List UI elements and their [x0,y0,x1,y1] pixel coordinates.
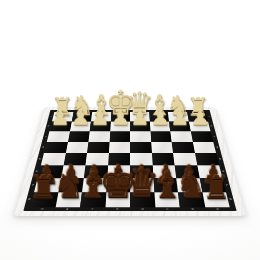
black-pawn-c7: ♟ [141,163,191,188]
coord-label-e: e [105,207,130,211]
square-b8: ♞ [178,192,205,207]
square-b3 [170,131,192,142]
square-a8: ♜ [202,192,230,207]
square-e6 [107,165,130,178]
square-h8: ♜ [30,192,58,207]
square-f4 [87,142,109,153]
coord-label-c: c [155,207,180,211]
square-h7: ♟ [34,178,61,192]
square-e8: ♚ [105,192,130,207]
square-c4 [151,142,173,153]
chess-mat: hgfedcba hgfedcba 12345678 12345678 ♜♞♝♚… [14,107,246,216]
square-g5 [63,153,87,165]
square-f8: ♝ [80,192,106,207]
square-d2: ♟ [130,121,150,131]
coord-label-h: h [29,207,55,211]
black-pawn-a7: ♟ [188,163,238,188]
coord-label-d: d [130,207,155,211]
square-f7: ♟ [82,178,107,192]
square-e4 [108,142,130,153]
square-c3 [150,131,171,142]
square-h6 [38,165,64,178]
square-c2: ♟ [150,121,171,131]
square-f5 [85,153,108,165]
square-f2: ♟ [90,121,111,131]
square-e1: ♚ [110,112,130,121]
square-g6 [61,165,86,178]
black-pawn-b7: ♟ [164,163,214,188]
square-f3 [88,131,109,142]
photo-backdrop: hgfedcba hgfedcba 12345678 12345678 ♜♞♝♚… [0,0,260,260]
board-frame: hgfedcba hgfedcba 12345678 12345678 ♜♞♝♚… [23,110,236,211]
square-b5 [173,153,197,165]
square-f6 [84,165,108,178]
square-c5 [152,153,175,165]
coord-label-g: g [54,207,80,211]
square-a6 [197,165,223,178]
chess-board: ♜♞♝♚♛♝♞♜♟♟♟♟♟♟♟♟♟♟♟♟♟♟♟♟♜♞♝♚♛♝♞♜ [30,112,230,207]
square-a3 [190,131,213,142]
square-c8: ♝ [154,192,180,207]
black-pawn-d7: ♟ [117,163,167,188]
file-labels-bottom: hgfedcba [29,207,230,211]
coord-label-f: f [80,207,105,211]
square-h2: ♟ [49,121,71,131]
square-a2: ♟ [189,121,211,131]
square-d5 [130,153,152,165]
square-d8: ♛ [130,192,155,207]
square-b4 [172,142,195,153]
square-g4 [65,142,88,153]
square-d7: ♟ [130,178,154,192]
black-pawn-f7: ♟ [70,163,120,188]
square-g1: ♞ [71,112,92,121]
square-a4 [192,142,216,153]
square-g3 [68,131,90,142]
square-a7: ♟ [199,178,226,192]
square-b1: ♞ [168,112,189,121]
square-b6 [175,165,200,178]
square-e3 [109,131,130,142]
square-h3 [47,131,70,142]
square-c6 [152,165,176,178]
square-f1: ♝ [91,112,111,121]
square-h1: ♜ [52,112,73,121]
square-h4 [44,142,68,153]
coord-label-b: b [180,207,206,211]
square-a5 [195,153,220,165]
square-g8: ♞ [55,192,82,207]
square-a1: ♜ [187,112,208,121]
square-d6 [130,165,153,178]
square-b7: ♟ [176,178,202,192]
square-e5 [108,153,130,165]
square-g2: ♟ [70,121,91,131]
square-g7: ♟ [58,178,84,192]
square-h5 [41,153,66,165]
square-e7: ♟ [106,178,130,192]
square-d3 [130,131,151,142]
square-d1: ♛ [130,112,150,121]
coord-label-a: a [205,207,231,211]
black-pawn-e7: ♟ [93,163,143,188]
square-c7: ♟ [153,178,178,192]
square-d4 [130,142,152,153]
square-e2: ♟ [110,121,130,131]
square-c1: ♝ [149,112,169,121]
square-b2: ♟ [169,121,190,131]
black-pawn-g7: ♟ [46,163,96,188]
